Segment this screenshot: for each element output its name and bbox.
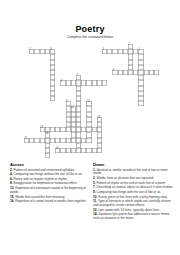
clue-number: 10	[87, 101, 90, 104]
crossword-cell[interactable]	[45, 153, 50, 158]
clue-number: 15	[24, 138, 27, 141]
across-clue-list: 2. Pattern of stressed and unstressed sy…	[10, 169, 92, 205]
crossword-grid: 12345678910111213141516	[24, 44, 164, 160]
down-clue-list: 1. Identical or similar sounds at the en…	[93, 169, 175, 222]
across-header: Across	[10, 162, 92, 167]
down-clue-item: 14. Japanese lyric poem that addresses a…	[93, 213, 175, 221]
worksheet-title: Poetry	[0, 24, 180, 34]
clue-number: 2	[30, 49, 31, 52]
clue-number: 13	[40, 127, 43, 130]
crossword-cell[interactable]	[154, 70, 159, 75]
across-clue-item: 13. Repetition of a consonant sound at t…	[10, 187, 92, 195]
down-header: Down	[93, 162, 175, 167]
clue-number: 7	[76, 75, 77, 78]
across-clue-column: Across 2. Pattern of stressed and unstre…	[10, 162, 92, 205]
crossword-cell[interactable]	[50, 96, 55, 101]
clue-number: 9	[66, 101, 67, 104]
down-clue-column: Down 1. Identical or similar sounds at t…	[93, 162, 175, 222]
crossword-cell[interactable]	[102, 80, 107, 85]
clue-number: 12	[97, 117, 100, 120]
clue-number: 3	[50, 49, 51, 52]
clue-number: 6	[113, 70, 114, 73]
crossword-cell[interactable]	[138, 101, 143, 106]
clue-number: 11	[71, 107, 74, 110]
crossword-cell[interactable]	[86, 138, 91, 143]
clue-number: 14	[45, 133, 48, 136]
crossword-cell[interactable]	[97, 148, 102, 153]
clue-number: 1	[128, 44, 129, 47]
clue-number: 16	[56, 148, 59, 151]
clue-number: 8	[61, 81, 62, 84]
worksheet-page: Poetry Complete the crossword below 1234…	[0, 0, 180, 255]
clue-number: 5	[139, 49, 140, 52]
down-clue-item: 11. Type of literature in which words ar…	[93, 200, 175, 208]
across-clue-item: 16. Repetition of a vowel sound in words…	[10, 200, 92, 204]
clue-number: 4	[102, 49, 103, 52]
worksheet-subtitle: Complete the crossword below	[0, 35, 180, 39]
